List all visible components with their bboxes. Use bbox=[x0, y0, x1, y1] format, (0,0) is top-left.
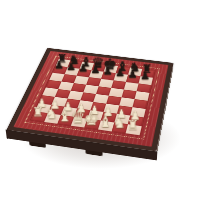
case-foot-left bbox=[29, 142, 46, 148]
square-h1: ♜ bbox=[126, 124, 142, 135]
perspective-wrapper: ♜♞♝♛♚♝♞♜♟♟♟♟♟♟♟♟♟♟♟♟♟♟♟♟♜♞♝♛♚♝♞♜ bbox=[26, 24, 166, 164]
chess-set-photo: ♜♞♝♛♚♝♞♜♟♟♟♟♟♟♟♟♟♟♟♟♟♟♟♟♜♞♝♛♚♝♞♜ bbox=[0, 0, 200, 200]
square-g5 bbox=[122, 90, 137, 100]
folding-chess-case: ♜♞♝♛♚♝♞♜♟♟♟♟♟♟♟♟♟♟♟♟♟♟♟♟♜♞♝♛♚♝♞♜ bbox=[7, 48, 174, 151]
square-h7: ♟ bbox=[139, 76, 153, 85]
case-foot-right bbox=[85, 150, 102, 156]
square-h5 bbox=[135, 91, 150, 101]
square-b4 bbox=[55, 89, 71, 98]
square-e2: ♟ bbox=[87, 110, 103, 120]
board-border: ♜♞♝♛♚♝♞♜♟♟♟♟♟♟♟♟♟♟♟♟♟♟♟♟♜♞♝♛♚♝♞♜ bbox=[13, 51, 168, 147]
